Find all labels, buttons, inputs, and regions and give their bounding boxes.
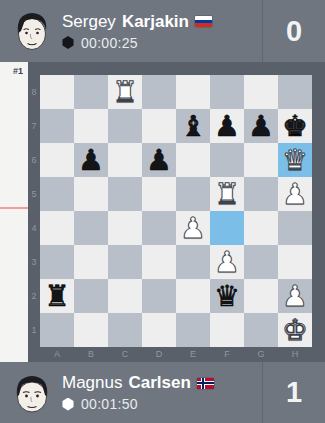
square-b6[interactable]: ♟	[74, 143, 108, 177]
square-h3[interactable]	[278, 245, 312, 279]
file-label-h: H	[278, 347, 312, 361]
square-h8[interactable]	[278, 75, 312, 109]
top-player-clock: 00:00:25	[81, 35, 138, 51]
square-f8[interactable]	[210, 75, 244, 109]
square-a6[interactable]	[40, 143, 74, 177]
file-label-f: F	[210, 347, 244, 361]
game-number-label: #1	[13, 66, 23, 76]
rank-label-7: 7	[28, 109, 40, 143]
move-list-sidebar[interactable]: #1	[0, 62, 28, 362]
square-a3[interactable]	[40, 245, 74, 279]
square-b5[interactable]	[74, 177, 108, 211]
square-d4[interactable]	[142, 211, 176, 245]
bottom-player-name: Magnus Carlsen	[62, 373, 262, 393]
square-b2[interactable]	[74, 279, 108, 313]
piece-black-king[interactable]: ♚	[282, 109, 308, 143]
square-h5[interactable]: ♟	[278, 177, 312, 211]
piece-white-queen[interactable]: ♛	[282, 143, 308, 177]
square-b3[interactable]	[74, 245, 108, 279]
file-label-b: B	[74, 347, 108, 361]
square-e4[interactable]: ♟	[176, 211, 210, 245]
square-b4[interactable]	[74, 211, 108, 245]
rank-label-2: 2	[28, 279, 40, 313]
square-a4[interactable]	[40, 211, 74, 245]
square-d2[interactable]	[142, 279, 176, 313]
piece-black-pawn[interactable]: ♟	[78, 143, 104, 177]
square-d8[interactable]	[142, 75, 176, 109]
square-a8[interactable]	[40, 75, 74, 109]
bottom-player-last-name: Carlsen	[128, 373, 190, 393]
square-h1[interactable]: ♚	[278, 313, 312, 347]
file-label-g: G	[244, 347, 278, 361]
piece-black-queen[interactable]: ♛	[214, 279, 240, 313]
square-a2[interactable]: ♜	[40, 279, 74, 313]
board: ♜♝♟♟♚♟♟♛♜♟♟♟♜♛♟♚	[40, 75, 312, 347]
square-g2[interactable]	[244, 279, 278, 313]
chess-app: Sergey Karjakin 00:00:25 0 #1 87654321 ♜…	[0, 0, 325, 423]
square-a1[interactable]	[40, 313, 74, 347]
square-f2[interactable]: ♛	[210, 279, 244, 313]
square-c8[interactable]: ♜	[108, 75, 142, 109]
piece-black-bishop[interactable]: ♝	[180, 109, 206, 143]
square-c3[interactable]	[108, 245, 142, 279]
square-g7[interactable]: ♟	[244, 109, 278, 143]
piece-white-pawn[interactable]: ♟	[180, 211, 206, 245]
sidebar-divider-line	[0, 207, 28, 209]
carlsen-avatar	[8, 369, 56, 417]
square-c7[interactable]	[108, 109, 142, 143]
file-labels: ABCDEFGH	[40, 347, 312, 361]
top-player-score: 0	[286, 15, 302, 48]
square-f3[interactable]: ♟	[210, 245, 244, 279]
russia-flag-icon	[195, 16, 212, 27]
top-player-last-name: Karjakin	[122, 12, 189, 32]
square-a5[interactable]	[40, 177, 74, 211]
square-g4[interactable]	[244, 211, 278, 245]
square-b8[interactable]	[74, 75, 108, 109]
square-b7[interactable]	[74, 109, 108, 143]
piece-white-pawn[interactable]: ♟	[282, 177, 308, 211]
square-c5[interactable]	[108, 177, 142, 211]
square-g3[interactable]	[244, 245, 278, 279]
square-f4[interactable]	[210, 211, 244, 245]
square-c1[interactable]	[108, 313, 142, 347]
top-player-score-box: 0	[262, 0, 325, 62]
square-e3[interactable]	[176, 245, 210, 279]
square-g6[interactable]	[244, 143, 278, 177]
rank-label-6: 6	[28, 143, 40, 177]
piece-black-rook[interactable]: ♜	[44, 279, 70, 313]
piece-white-pawn[interactable]: ♟	[282, 279, 308, 313]
piece-black-pawn[interactable]: ♟	[146, 143, 172, 177]
rank-label-5: 5	[28, 177, 40, 211]
bottom-player-first-name: Magnus	[62, 373, 122, 393]
bottom-player-clock-row: 00:01:50	[62, 396, 262, 412]
file-label-e: E	[176, 347, 210, 361]
square-b1[interactable]	[74, 313, 108, 347]
piece-black-pawn[interactable]: ♟	[248, 109, 274, 143]
norway-flag-icon	[197, 378, 214, 389]
rank-label-8: 8	[28, 75, 40, 109]
top-player-clock-row: 00:00:25	[62, 35, 262, 51]
bottom-player-bar: Magnus Carlsen 00:01:50 1	[0, 362, 325, 423]
file-label-a: A	[40, 347, 74, 361]
black-side-indicator-icon	[62, 36, 74, 49]
karjakin-avatar	[8, 7, 56, 55]
rank-label-3: 3	[28, 245, 40, 279]
square-d3[interactable]	[142, 245, 176, 279]
piece-white-pawn[interactable]: ♟	[214, 245, 240, 279]
square-f6[interactable]	[210, 143, 244, 177]
square-h2[interactable]: ♟	[278, 279, 312, 313]
file-label-c: C	[108, 347, 142, 361]
top-player-name: Sergey Karjakin	[62, 12, 262, 32]
piece-black-pawn[interactable]: ♟	[214, 109, 240, 143]
piece-white-rook[interactable]: ♜	[112, 75, 138, 109]
rank-labels: 87654321	[28, 75, 40, 347]
top-player-bar: Sergey Karjakin 00:00:25 0	[0, 0, 325, 62]
square-a7[interactable]	[40, 109, 74, 143]
square-d6[interactable]: ♟	[142, 143, 176, 177]
rank-label-1: 1	[28, 313, 40, 347]
rank-label-4: 4	[28, 211, 40, 245]
square-e2[interactable]	[176, 279, 210, 313]
square-c4[interactable]	[108, 211, 142, 245]
square-f5[interactable]: ♜	[210, 177, 244, 211]
square-e8[interactable]	[176, 75, 210, 109]
square-d5[interactable]	[142, 177, 176, 211]
square-g1[interactable]	[244, 313, 278, 347]
square-e7[interactable]: ♝	[176, 109, 210, 143]
file-label-d: D	[142, 347, 176, 361]
square-f1[interactable]	[210, 313, 244, 347]
square-e6[interactable]	[176, 143, 210, 177]
square-e1[interactable]	[176, 313, 210, 347]
square-f7[interactable]: ♟	[210, 109, 244, 143]
square-c2[interactable]	[108, 279, 142, 313]
square-e5[interactable]	[176, 177, 210, 211]
bottom-player-clock: 00:01:50	[81, 396, 138, 412]
square-h6[interactable]: ♛	[278, 143, 312, 177]
square-g5[interactable]	[244, 177, 278, 211]
square-h4[interactable]	[278, 211, 312, 245]
square-g8[interactable]	[244, 75, 278, 109]
top-player-info: Sergey Karjakin 00:00:25	[62, 12, 262, 51]
bottom-player-score-box: 1	[262, 362, 325, 423]
bottom-player-info: Magnus Carlsen 00:01:50	[62, 373, 262, 412]
square-d1[interactable]	[142, 313, 176, 347]
square-d7[interactable]	[142, 109, 176, 143]
square-c6[interactable]	[108, 143, 142, 177]
white-side-indicator-icon	[62, 398, 74, 411]
bottom-player-score: 1	[286, 376, 302, 409]
top-player-first-name: Sergey	[62, 12, 116, 32]
square-h7[interactable]: ♚	[278, 109, 312, 143]
piece-white-rook[interactable]: ♜	[214, 177, 240, 211]
piece-white-king[interactable]: ♚	[282, 313, 308, 347]
